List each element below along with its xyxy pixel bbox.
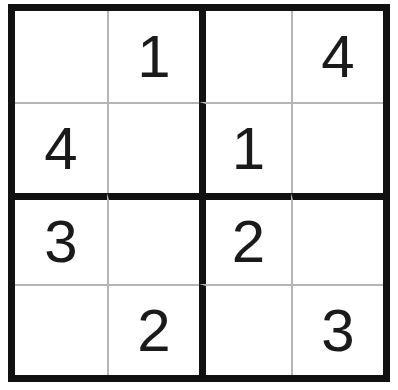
- cell-r3c3[interactable]: 2: [199, 193, 291, 284]
- cell-r4c3[interactable]: [199, 284, 291, 375]
- cell-r1c4[interactable]: 4: [291, 11, 383, 102]
- cell-r3c1[interactable]: 3: [15, 193, 107, 284]
- cell-r3c2[interactable]: [107, 193, 199, 284]
- cell-r2c1[interactable]: 4: [15, 102, 107, 193]
- cell-r1c1[interactable]: [15, 11, 107, 102]
- cell-r2c2[interactable]: [107, 102, 199, 193]
- cell-r4c2[interactable]: 2: [107, 284, 199, 375]
- sudoku-page: 1 4 4 1 3 2 2 3: [0, 0, 398, 390]
- cell-r1c3[interactable]: [199, 11, 291, 102]
- sudoku-board: 1 4 4 1 3 2 2 3: [8, 4, 390, 382]
- cell-r2c4[interactable]: [291, 102, 383, 193]
- cell-r4c1[interactable]: [15, 284, 107, 375]
- cell-r2c3[interactable]: 1: [199, 102, 291, 193]
- cell-r3c4[interactable]: [291, 193, 383, 284]
- cell-r4c4[interactable]: 3: [291, 284, 383, 375]
- cell-r1c2[interactable]: 1: [107, 11, 199, 102]
